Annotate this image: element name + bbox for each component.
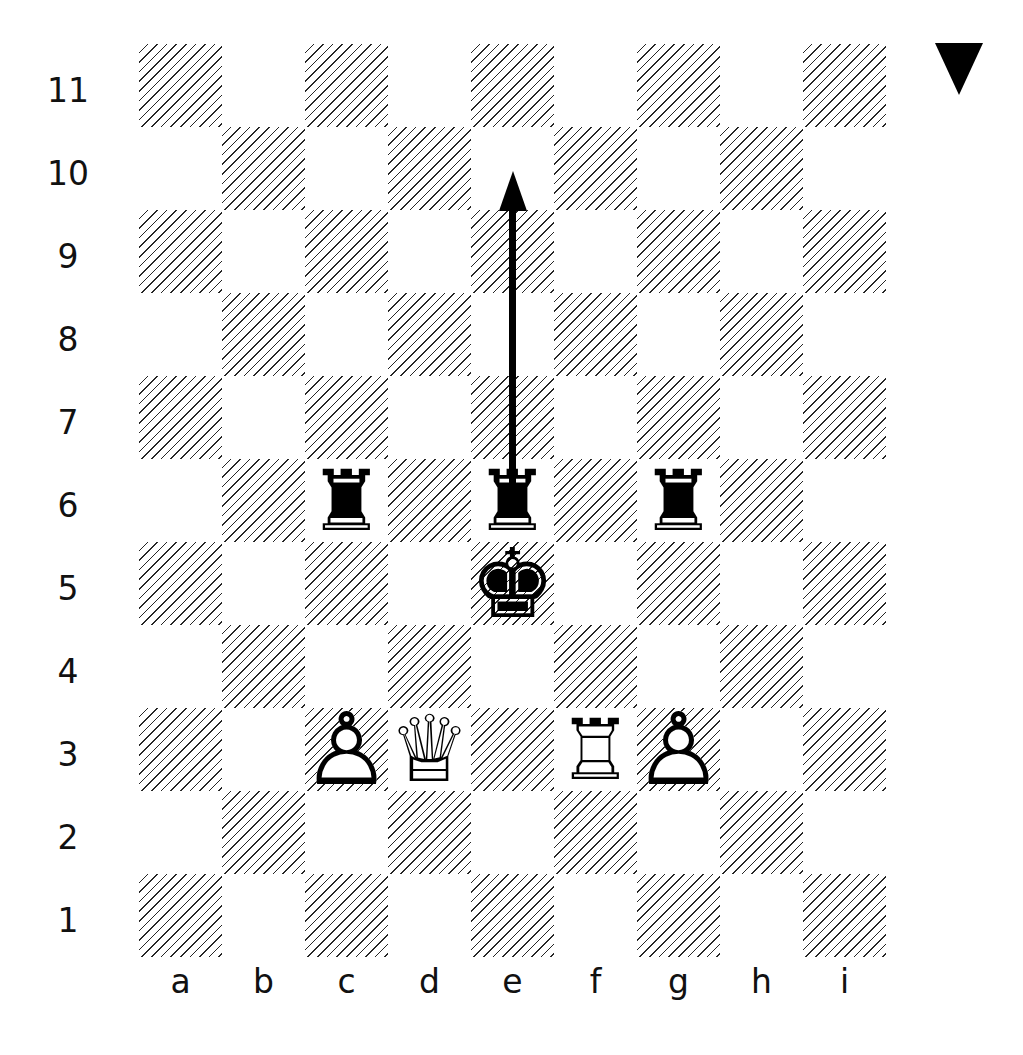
file-label-h: h	[737, 965, 787, 999]
square-a2	[139, 791, 222, 874]
square-h7	[720, 376, 803, 459]
file-label-d: d	[405, 965, 455, 999]
square-a1	[139, 874, 222, 957]
square-f5	[554, 542, 637, 625]
square-a11	[139, 44, 222, 127]
square-h3	[720, 708, 803, 791]
square-b6	[222, 459, 305, 542]
square-d11	[388, 44, 471, 127]
black-rook-g6: ♜	[637, 459, 720, 542]
file-label-a: a	[156, 965, 206, 999]
square-d1	[388, 874, 471, 957]
white-queen-glyph: ♕	[388, 704, 470, 796]
square-i9	[803, 210, 886, 293]
white-rook-f3: ♜♖	[554, 708, 637, 791]
square-d5	[388, 542, 471, 625]
file-label-c: c	[322, 965, 372, 999]
file-label-b: b	[239, 965, 289, 999]
square-b2	[222, 791, 305, 874]
square-e1	[471, 874, 554, 957]
square-i3	[803, 708, 886, 791]
rank-label-8: 8	[43, 323, 93, 357]
square-d6	[388, 459, 471, 542]
square-a7	[139, 376, 222, 459]
square-i1	[803, 874, 886, 957]
square-a3	[139, 708, 222, 791]
black-rook-glyph: ♜	[309, 459, 384, 543]
square-i2	[803, 791, 886, 874]
square-e2	[471, 791, 554, 874]
square-h2	[720, 791, 803, 874]
square-g9	[637, 210, 720, 293]
square-b8	[222, 293, 305, 376]
square-a4	[139, 625, 222, 708]
chess-diagram: ♜♜♜♚♟♙♛♕♜♖♟♙ 1110987654321abcdefghi	[0, 0, 1023, 1055]
square-d10	[388, 127, 471, 210]
square-h10	[720, 127, 803, 210]
rank-label-6: 6	[43, 489, 93, 523]
square-f7	[554, 376, 637, 459]
board: ♜♜♜♚♟♙♛♕♜♖♟♙	[139, 44, 886, 957]
square-a8	[139, 293, 222, 376]
square-e11	[471, 44, 554, 127]
white-pawn-g3: ♟♙	[637, 708, 720, 791]
square-i4	[803, 625, 886, 708]
square-h4	[720, 625, 803, 708]
rank-label-4: 4	[43, 655, 93, 689]
square-h8	[720, 293, 803, 376]
square-g7	[637, 376, 720, 459]
file-label-i: i	[820, 965, 870, 999]
square-b5	[222, 542, 305, 625]
square-b4	[222, 625, 305, 708]
square-c10	[305, 127, 388, 210]
square-g11	[637, 44, 720, 127]
black-rook-glyph: ♜	[641, 459, 716, 543]
square-h1	[720, 874, 803, 957]
square-h5	[720, 542, 803, 625]
black-king-glyph: ♚	[469, 536, 555, 632]
square-b7	[222, 376, 305, 459]
square-g8	[637, 293, 720, 376]
rank-label-3: 3	[43, 738, 93, 772]
square-i5	[803, 542, 886, 625]
square-d9	[388, 210, 471, 293]
square-i8	[803, 293, 886, 376]
file-label-e: e	[488, 965, 538, 999]
square-b3	[222, 708, 305, 791]
square-f6	[554, 459, 637, 542]
square-c8	[305, 293, 388, 376]
square-h9	[720, 210, 803, 293]
square-c9	[305, 210, 388, 293]
square-i6	[803, 459, 886, 542]
square-c5	[305, 542, 388, 625]
white-queen-d3: ♛♕	[388, 708, 471, 791]
square-f2	[554, 791, 637, 874]
square-b1	[222, 874, 305, 957]
square-d7	[388, 376, 471, 459]
square-b9	[222, 210, 305, 293]
square-c7	[305, 376, 388, 459]
file-label-f: f	[571, 965, 621, 999]
white-rook-glyph: ♖	[558, 708, 633, 792]
square-b10	[222, 127, 305, 210]
square-i7	[803, 376, 886, 459]
square-f1	[554, 874, 637, 957]
square-g5	[637, 542, 720, 625]
square-f9	[554, 210, 637, 293]
square-i11	[803, 44, 886, 127]
square-f8	[554, 293, 637, 376]
square-a10	[139, 127, 222, 210]
square-a5	[139, 542, 222, 625]
square-i10	[803, 127, 886, 210]
square-c1	[305, 874, 388, 957]
move-arrow-head	[499, 171, 527, 211]
rank-label-9: 9	[43, 240, 93, 274]
black-rook-c6: ♜	[305, 459, 388, 542]
square-d2	[388, 791, 471, 874]
white-pawn-c3: ♟♙	[305, 708, 388, 791]
white-pawn-glyph: ♙	[634, 700, 724, 800]
rank-label-1: 1	[43, 904, 93, 938]
square-a9	[139, 210, 222, 293]
square-d8	[388, 293, 471, 376]
square-h11	[720, 44, 803, 127]
white-pawn-glyph: ♙	[302, 700, 392, 800]
black-to-move-icon	[935, 43, 983, 95]
rank-label-5: 5	[43, 572, 93, 606]
square-g10	[637, 127, 720, 210]
square-e3	[471, 708, 554, 791]
square-f4	[554, 625, 637, 708]
square-g1	[637, 874, 720, 957]
square-f10	[554, 127, 637, 210]
square-a6	[139, 459, 222, 542]
rank-label-2: 2	[43, 821, 93, 855]
rank-label-11: 11	[43, 74, 93, 108]
black-king-e5: ♚	[471, 542, 554, 625]
square-c11	[305, 44, 388, 127]
rank-label-7: 7	[43, 406, 93, 440]
square-b11	[222, 44, 305, 127]
square-f11	[554, 44, 637, 127]
file-label-g: g	[654, 965, 704, 999]
square-h6	[720, 459, 803, 542]
rank-label-10: 10	[43, 157, 93, 191]
